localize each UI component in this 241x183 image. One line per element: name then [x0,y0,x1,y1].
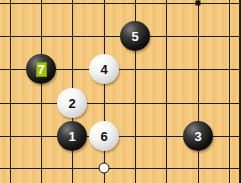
grid-line-v-6 [166,0,167,183]
stone-white-move-4[interactable]: 4 [89,54,119,84]
grid-line-v-2 [41,0,42,183]
go-board[interactable]: 1234567 [0,0,241,183]
grid-line-h-1 [0,3,241,4]
stone-black-move-7[interactable]: 7 [26,54,56,84]
current-move-label: 7 [36,62,47,77]
move-number-label: 5 [131,30,138,43]
grid-line-v-7 [198,0,199,183]
stone-black-move-1[interactable]: 1 [57,121,87,151]
move-number-label: 3 [194,130,201,143]
grid-line-v-4 [104,0,105,183]
move-number-label: 6 [100,130,107,143]
move-number-label: 1 [68,130,75,143]
grid-line-v-8 [229,0,230,183]
move-number-label: 4 [100,63,107,76]
stone-black-move-5[interactable]: 5 [120,21,150,51]
stone-black-move-3[interactable]: 3 [183,121,213,151]
grid-line-h-4 [0,103,241,104]
board-right-edge-shadow [239,0,241,183]
screenshot-stage: 1234567 [0,0,241,183]
move-number-label: 2 [68,97,75,110]
grid-line-h-6 [0,168,241,169]
star-point [196,1,201,6]
stone-white-move-2[interactable]: 2 [57,88,87,118]
stone-white-move-6[interactable]: 6 [89,121,119,151]
white-circle-marker[interactable] [99,163,110,174]
grid-line-v-1 [10,0,11,183]
